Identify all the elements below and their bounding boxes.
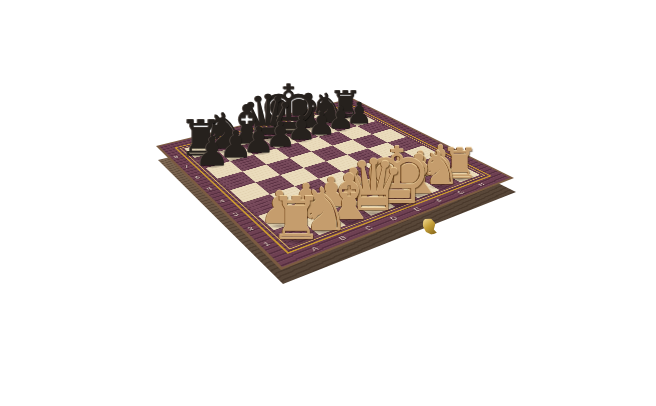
rank-label-8: 8 (172, 155, 179, 159)
file-label-f: F (435, 198, 445, 203)
file-label-c: C (363, 225, 374, 231)
rank-label-6: 6 (194, 175, 202, 179)
rank-label-7: 7 (183, 165, 190, 169)
rank-label-3: 3 (231, 211, 240, 216)
rank-label-5: 5 (205, 186, 213, 191)
file-label-d: D (388, 215, 399, 221)
file-label-b: B (337, 235, 348, 242)
file-label-a: A (309, 245, 320, 252)
chess-board: ABCDEFGH12345678 (156, 98, 514, 270)
file-label-h: H (476, 182, 486, 187)
chess-set-photo: ABCDEFGH12345678 ♜♞♝♛♚♝♞♜♟♟♟♟♟♟♟♟♟♟♟♟♟♟♟… (0, 0, 656, 406)
rank-label-2: 2 (246, 225, 255, 231)
file-label-g: G (455, 190, 466, 195)
file-label-e: E (412, 206, 423, 212)
rank-label-4: 4 (218, 198, 226, 203)
rank-label-1: 1 (262, 241, 272, 247)
